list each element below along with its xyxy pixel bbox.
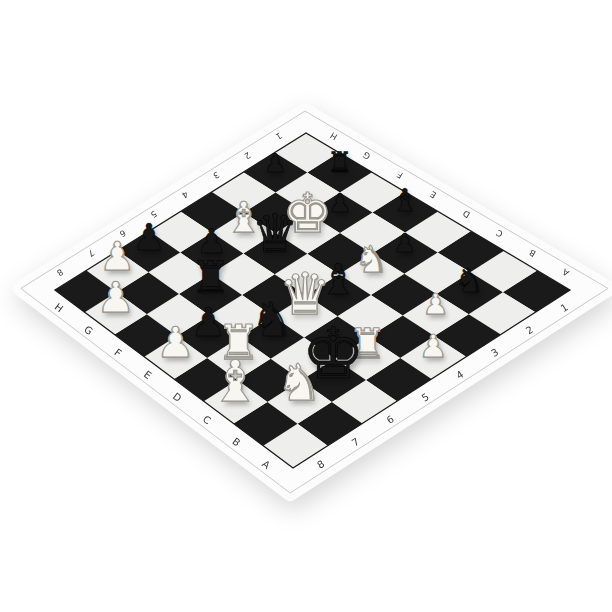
- chessboard: 1122334455667788AABBCCDDEEFFGGHH: [0, 0, 612, 612]
- photo-stage: 1122334455667788AABBCCDDEEFFGGHH ♚♛♜♜♝♝♞…: [0, 0, 612, 612]
